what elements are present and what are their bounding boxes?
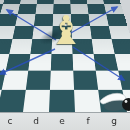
square-h6[interactable] (106, 14, 127, 26)
file-label-d: d (29, 116, 43, 127)
square-e3[interactable] (51, 54, 73, 71)
square-h3[interactable] (115, 54, 130, 71)
square-h4[interactable] (112, 39, 130, 54)
square-h7[interactable] (104, 4, 124, 15)
square-d2[interactable] (26, 71, 51, 90)
chess-app-viewport: ♝ cdefg (0, 0, 130, 130)
square-d1[interactable] (23, 90, 50, 112)
square-f2[interactable] (73, 71, 98, 90)
file-label-e: e (55, 116, 69, 127)
square-e1[interactable] (49, 90, 75, 112)
square-c1[interactable] (0, 90, 26, 112)
white-bishop[interactable]: ♝ (48, 7, 78, 53)
square-d3[interactable] (28, 54, 51, 71)
square-e2[interactable] (50, 71, 74, 90)
coordinate-rim: cdefg (0, 112, 130, 130)
square-h5[interactable] (109, 26, 130, 39)
square-f1[interactable] (74, 90, 101, 112)
square-c2[interactable] (2, 71, 29, 90)
square-f3[interactable] (73, 54, 96, 71)
square-c3[interactable] (6, 54, 31, 71)
square-c7[interactable] (18, 4, 37, 15)
file-label-g: g (107, 116, 121, 127)
square-c4[interactable] (9, 39, 32, 54)
file-label-f: f (81, 116, 95, 127)
file-label-c: c (3, 116, 17, 127)
square-c5[interactable] (12, 26, 33, 39)
square-c6[interactable] (15, 14, 35, 26)
